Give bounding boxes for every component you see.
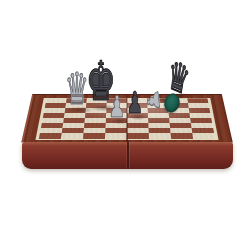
board-frame [21, 94, 233, 143]
square-a1 [39, 133, 62, 138]
square-d1 [105, 133, 127, 138]
hinge-seam-front [127, 142, 129, 169]
board-top-surface [27, 17, 227, 217]
square-e1 [127, 133, 149, 138]
square-c1 [83, 133, 105, 138]
square-b1 [61, 133, 84, 138]
square-f1 [149, 133, 171, 138]
hinge-seam-top [126, 95, 128, 142]
square-g1 [171, 133, 194, 138]
square-h1 [192, 133, 215, 138]
board-front-face [22, 142, 233, 169]
product-photo: ♛♚♟♟♟♛ [0, 0, 250, 250]
